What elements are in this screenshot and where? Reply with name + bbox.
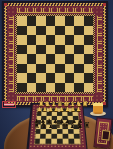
chess-piece: ♟ bbox=[48, 107, 53, 113]
ornamental-maroon-band bbox=[7, 6, 103, 102]
board-square bbox=[84, 54, 94, 64]
board-square bbox=[27, 35, 37, 45]
board-square bbox=[65, 83, 75, 93]
board-square bbox=[46, 45, 56, 55]
gold-ornament-strip bbox=[17, 8, 93, 13]
board-square bbox=[27, 26, 37, 36]
board-square bbox=[27, 64, 37, 74]
chess-piece: ♝ bbox=[47, 122, 54, 130]
board-square bbox=[46, 26, 56, 36]
product-box-panel bbox=[97, 122, 109, 145]
board-square bbox=[46, 16, 56, 26]
board-square bbox=[36, 16, 46, 26]
board-square bbox=[17, 16, 27, 26]
chess-piece: ♟ bbox=[54, 107, 59, 113]
board-square bbox=[65, 26, 75, 36]
board-square bbox=[65, 73, 75, 83]
price-label bbox=[2, 101, 16, 108]
chess-piece: ♟ bbox=[43, 107, 48, 113]
board-square bbox=[36, 26, 46, 36]
board-square bbox=[17, 64, 27, 74]
board-square bbox=[55, 26, 65, 36]
board-square bbox=[17, 26, 27, 36]
board-square bbox=[65, 35, 75, 45]
main-board bbox=[17, 16, 93, 92]
chess-piece: ♟ bbox=[65, 107, 70, 113]
board-square bbox=[65, 64, 75, 74]
board-square bbox=[46, 54, 56, 64]
chess-piece: ♟ bbox=[37, 107, 42, 113]
board-square bbox=[74, 35, 84, 45]
board-square bbox=[17, 45, 27, 55]
border-corner-accent bbox=[103, 3, 106, 6]
board-square bbox=[84, 16, 94, 26]
board-square bbox=[55, 35, 65, 45]
board-square bbox=[36, 45, 46, 55]
white-pawn-rank: ♟♟♟♟♟♟♟♟ bbox=[37, 108, 81, 114]
board-square bbox=[74, 83, 84, 93]
board-square bbox=[74, 54, 84, 64]
chess-piece: ♝ bbox=[69, 122, 76, 130]
board-square bbox=[84, 64, 94, 74]
board-square bbox=[65, 54, 75, 64]
border-corner-accent bbox=[103, 102, 106, 105]
chess-piece: ♛ bbox=[55, 122, 62, 130]
board-square bbox=[84, 45, 94, 55]
chess-piece: ♟ bbox=[59, 107, 64, 113]
board-square bbox=[46, 35, 56, 45]
board-square bbox=[27, 83, 37, 93]
board-square bbox=[84, 73, 94, 83]
board-square bbox=[55, 54, 65, 64]
gold-ornament-strip bbox=[9, 16, 14, 92]
product-photo-collage: ♜♞♝♛♚♝♞♜ ♟♟♟♟♟♟♟♟ ♟♟♟♟♟♟♟♟ ♜♞♝♛♚♝♞♜ bbox=[0, 0, 113, 149]
board-square bbox=[55, 16, 65, 26]
display-chessboard bbox=[2, 1, 108, 107]
board-square bbox=[74, 26, 84, 36]
chess-piece: ♟ bbox=[70, 107, 75, 113]
board-square bbox=[74, 64, 84, 74]
board-square bbox=[65, 16, 75, 26]
border-corner-accent bbox=[4, 3, 7, 6]
board-square bbox=[36, 83, 46, 93]
board-square bbox=[84, 83, 94, 93]
board-square bbox=[27, 16, 37, 26]
chess-piece: ♟ bbox=[76, 107, 81, 113]
board-square bbox=[36, 35, 46, 45]
gold-ornament-strip bbox=[97, 16, 102, 92]
board-square bbox=[17, 83, 27, 93]
chess-piece: ♞ bbox=[40, 122, 47, 130]
board-square bbox=[55, 45, 65, 55]
board-square bbox=[17, 35, 27, 45]
board-square bbox=[27, 73, 37, 83]
board-square bbox=[46, 83, 56, 93]
chess-piece: ♜ bbox=[82, 101, 88, 108]
board-square bbox=[17, 73, 27, 83]
board-square bbox=[46, 73, 56, 83]
board-square bbox=[74, 138, 80, 143]
chess-piece: ♚ bbox=[62, 122, 69, 130]
board-square bbox=[74, 16, 84, 26]
board-square bbox=[36, 64, 46, 74]
board-square bbox=[74, 45, 84, 55]
board-square bbox=[74, 73, 84, 83]
outer-mosaic-border bbox=[4, 3, 106, 105]
black-back-rank: ♜♞♝♛♚♝♞♜ bbox=[33, 123, 84, 131]
product-box bbox=[93, 117, 112, 149]
board-square bbox=[65, 45, 75, 55]
chess-piece: ♜ bbox=[83, 122, 90, 130]
board-square bbox=[36, 54, 46, 64]
board-square bbox=[55, 73, 65, 83]
inner-mosaic-border bbox=[15, 14, 95, 94]
board-square bbox=[84, 35, 94, 45]
board-square bbox=[27, 54, 37, 64]
board-square bbox=[17, 54, 27, 64]
chess-piece: ♞ bbox=[76, 122, 83, 130]
board-square bbox=[27, 45, 37, 55]
product-box-ornament bbox=[101, 130, 110, 141]
board-square bbox=[55, 83, 65, 93]
board-square bbox=[84, 26, 94, 36]
board-square bbox=[55, 64, 65, 74]
chess-piece: ♜ bbox=[33, 122, 40, 130]
board-square bbox=[46, 64, 56, 74]
board-square bbox=[36, 73, 46, 83]
drink-glass bbox=[93, 103, 103, 114]
